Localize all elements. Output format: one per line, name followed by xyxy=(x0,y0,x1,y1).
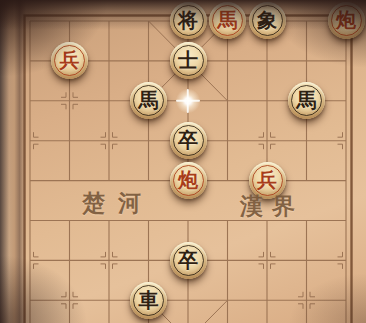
move-hint-sparkle xyxy=(174,87,202,115)
piece-character: 卒 xyxy=(178,122,198,159)
piece-character: 馬 xyxy=(297,82,317,119)
black-elephant[interactable]: 象 xyxy=(249,2,286,39)
piece-character: 馬 xyxy=(139,82,159,119)
piece-character: 兵 xyxy=(60,42,80,79)
piece-layer: 将馬象炮兵士馬馬卒炮兵卒車 xyxy=(10,1,366,323)
piece-character: 将 xyxy=(178,2,198,39)
black-horse[interactable]: 馬 xyxy=(288,82,325,119)
piece-character: 卒 xyxy=(178,242,198,279)
piece-character: 馬 xyxy=(218,2,238,39)
black-soldier[interactable]: 卒 xyxy=(170,242,207,279)
black-soldier[interactable]: 卒 xyxy=(170,122,207,159)
black-chariot[interactable]: 車 xyxy=(130,282,167,319)
river-label-han-jie: 漢界 xyxy=(240,191,304,222)
piece-character: 炮 xyxy=(178,162,198,199)
black-advisor[interactable]: 士 xyxy=(170,42,207,79)
red-cannon[interactable]: 炮 xyxy=(170,162,207,199)
black-horse[interactable]: 馬 xyxy=(130,82,167,119)
river-label-chu-he: 楚河 xyxy=(82,188,154,219)
piece-character: 士 xyxy=(178,42,198,79)
piece-character: 炮 xyxy=(336,2,356,39)
red-soldier[interactable]: 兵 xyxy=(51,42,88,79)
black-general[interactable]: 将 xyxy=(170,2,207,39)
red-cannon[interactable]: 炮 xyxy=(328,2,365,39)
piece-character: 車 xyxy=(139,282,159,319)
piece-character: 象 xyxy=(257,2,277,39)
xiangqi-board: 将馬象炮兵士馬馬卒炮兵卒車 楚河 漢界 xyxy=(0,0,366,323)
red-horse[interactable]: 馬 xyxy=(209,2,246,39)
